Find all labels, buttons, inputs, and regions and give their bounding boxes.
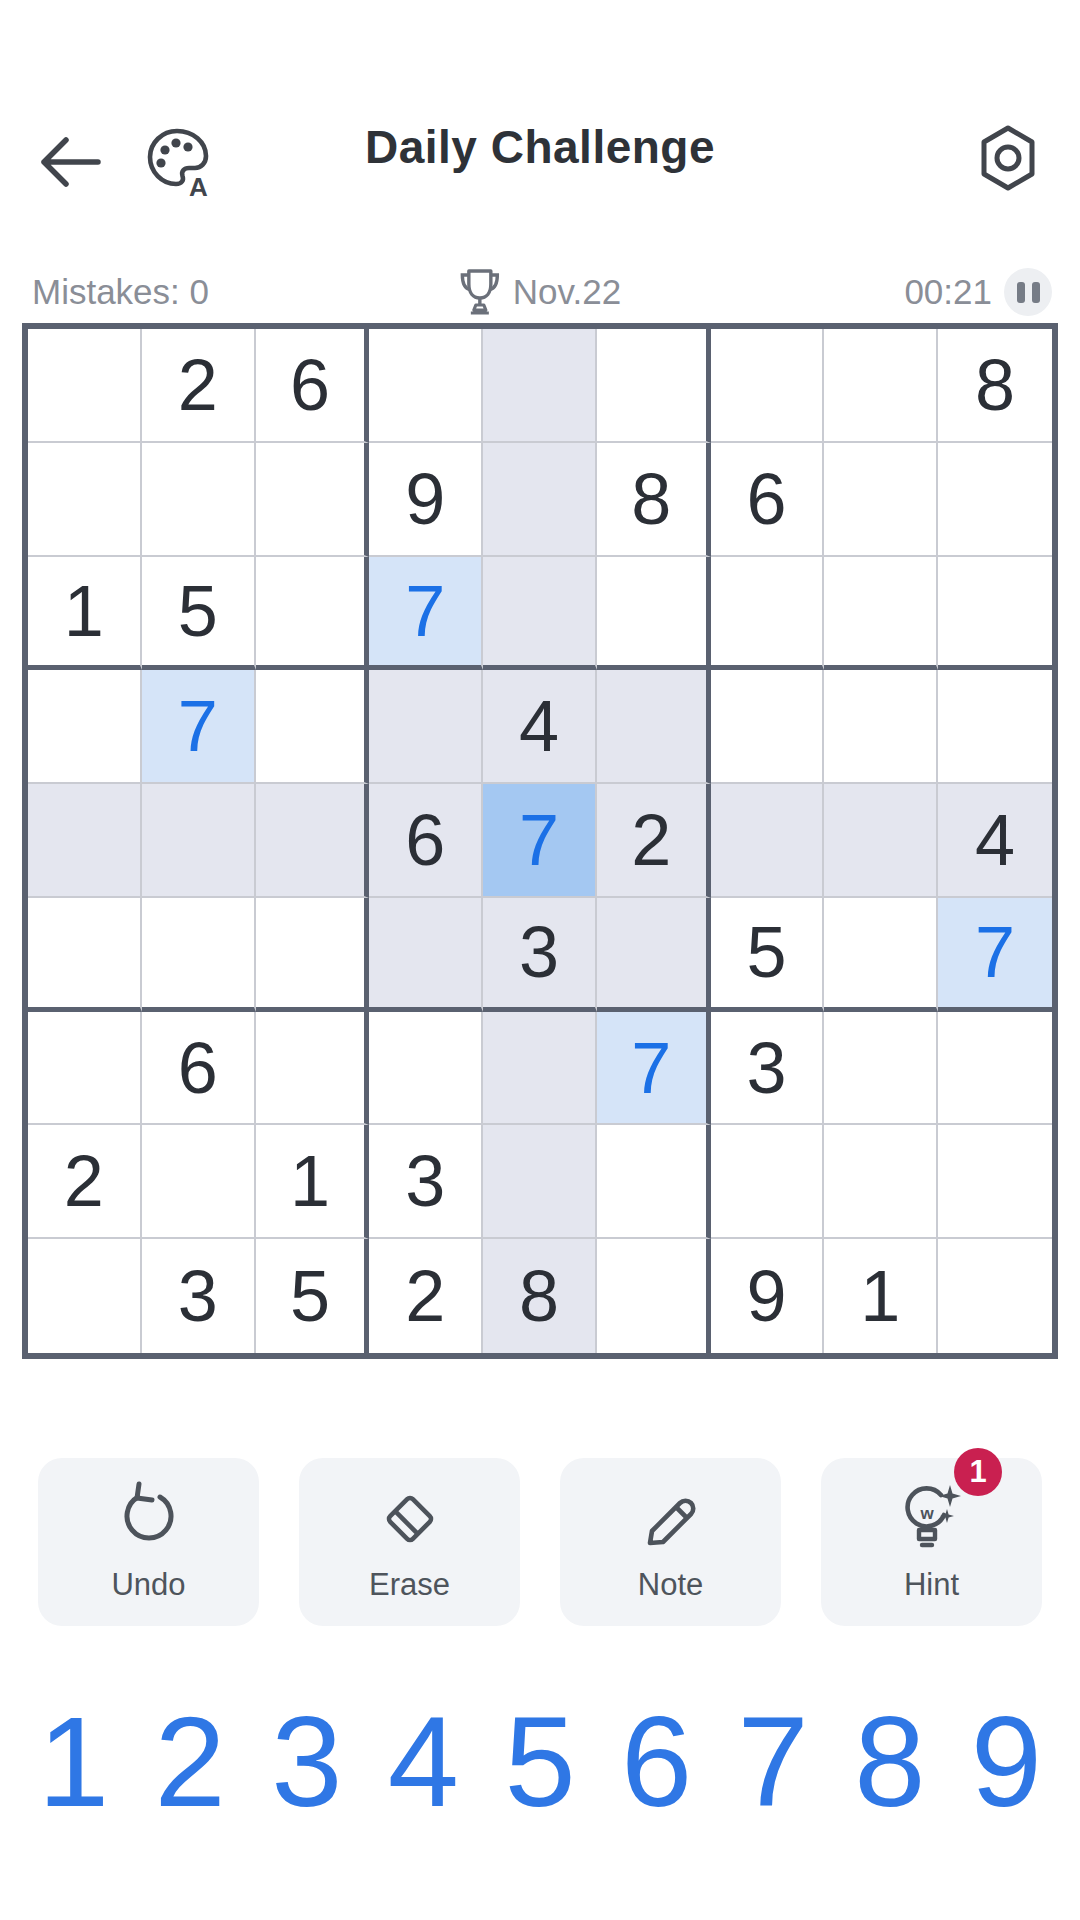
cell-r6c8[interactable] (824, 898, 938, 1012)
cell-r5c6[interactable]: 2 (597, 784, 711, 898)
given-digit: 5 (290, 1260, 330, 1332)
cell-r4c7[interactable] (711, 670, 825, 784)
numpad-digit-5[interactable]: 5 (504, 1698, 575, 1826)
cell-r7c6[interactable]: 7 (597, 1012, 711, 1126)
toolbar: Undo Erase Note 1 w (38, 1458, 1042, 1626)
given-digit: 2 (64, 1145, 104, 1217)
given-digit: 6 (290, 349, 330, 421)
cell-r6c7[interactable]: 5 (711, 898, 825, 1012)
cell-r2c2[interactable] (142, 443, 256, 557)
cell-r7c8[interactable] (824, 1012, 938, 1126)
cell-r3c7[interactable] (711, 557, 825, 671)
numpad-digit-3[interactable]: 3 (271, 1698, 342, 1826)
numpad: 123456789 (24, 1698, 1056, 1826)
cell-r2c8[interactable] (824, 443, 938, 557)
given-digit: 6 (747, 463, 787, 535)
cell-r6c4[interactable] (369, 898, 483, 1012)
cell-r8c1[interactable]: 2 (28, 1125, 142, 1239)
given-digit: 8 (975, 349, 1015, 421)
user-digit: 7 (975, 916, 1015, 988)
cell-r2c6[interactable]: 8 (597, 443, 711, 557)
date-label: Nov.22 (513, 272, 621, 312)
hint-label: Hint (904, 1567, 959, 1603)
erase-icon (375, 1481, 445, 1557)
cell-r7c9[interactable] (938, 1012, 1052, 1126)
hint-badge: 1 (954, 1448, 1002, 1496)
cell-r2c9[interactable] (938, 443, 1052, 557)
cell-r6c3[interactable] (256, 898, 370, 1012)
cell-r1c7[interactable] (711, 329, 825, 443)
cell-r7c2[interactable]: 6 (142, 1012, 256, 1126)
cell-r7c5[interactable] (483, 1012, 597, 1126)
cell-r6c2[interactable] (142, 898, 256, 1012)
cell-r9c8[interactable]: 1 (824, 1239, 938, 1353)
cell-r1c5[interactable] (483, 329, 597, 443)
user-digit: 7 (178, 690, 218, 762)
cell-r4c5[interactable]: 4 (483, 670, 597, 784)
trophy-icon (459, 267, 501, 317)
daily-challenge-date: Nov.22 (459, 262, 621, 322)
cell-r8c3[interactable]: 1 (256, 1125, 370, 1239)
erase-label: Erase (369, 1567, 450, 1603)
cell-r3c6[interactable] (597, 557, 711, 671)
cell-r2c5[interactable] (483, 443, 597, 557)
given-digit: 2 (631, 804, 671, 876)
cell-r1c4[interactable] (369, 329, 483, 443)
undo-button[interactable]: Undo (38, 1458, 259, 1626)
cell-r2c3[interactable] (256, 443, 370, 557)
cell-r5c9[interactable]: 4 (938, 784, 1052, 898)
given-digit: 1 (860, 1260, 900, 1332)
cell-r4c1[interactable] (28, 670, 142, 784)
given-digit: 4 (975, 804, 1015, 876)
cell-r8c2[interactable] (142, 1125, 256, 1239)
given-digit: 2 (405, 1260, 445, 1332)
cell-r5c7[interactable] (711, 784, 825, 898)
numpad-digit-7[interactable]: 7 (738, 1698, 809, 1826)
cell-r6c9[interactable]: 7 (938, 898, 1052, 1012)
cell-r5c4[interactable]: 6 (369, 784, 483, 898)
cell-r7c7[interactable]: 3 (711, 1012, 825, 1126)
sudoku-board: 268986157746724357673213352891 (22, 323, 1058, 1359)
erase-button[interactable]: Erase (299, 1458, 520, 1626)
cell-r5c1[interactable] (28, 784, 142, 898)
cell-r4c9[interactable] (938, 670, 1052, 784)
given-digit: 1 (290, 1145, 330, 1217)
cell-r7c4[interactable] (369, 1012, 483, 1126)
theme-palette-icon[interactable]: A (144, 126, 214, 198)
svg-text:w: w (919, 1504, 934, 1523)
cell-r9c4[interactable]: 2 (369, 1239, 483, 1353)
settings-icon[interactable] (976, 124, 1040, 192)
cell-r1c1[interactable] (28, 329, 142, 443)
cell-r8c9[interactable] (938, 1125, 1052, 1239)
svg-text:A: A (189, 172, 208, 198)
given-digit: 3 (178, 1260, 218, 1332)
cell-r7c1[interactable] (28, 1012, 142, 1126)
given-digit: 3 (747, 1032, 787, 1104)
cell-r3c1[interactable]: 1 (28, 557, 142, 671)
note-label: Note (638, 1567, 703, 1603)
user-digit: 7 (519, 804, 559, 876)
cell-r9c9[interactable] (938, 1239, 1052, 1353)
cell-r9c5[interactable]: 8 (483, 1239, 597, 1353)
cell-r9c1[interactable] (28, 1239, 142, 1353)
cell-r9c2[interactable]: 3 (142, 1239, 256, 1353)
cell-r6c1[interactable] (28, 898, 142, 1012)
user-digit: 7 (631, 1032, 671, 1104)
cell-r4c2[interactable]: 7 (142, 670, 256, 784)
cell-r2c7[interactable]: 6 (711, 443, 825, 557)
cell-r5c5[interactable]: 7 (483, 784, 597, 898)
cell-r6c5[interactable]: 3 (483, 898, 597, 1012)
cell-r3c3[interactable] (256, 557, 370, 671)
cell-r5c3[interactable] (256, 784, 370, 898)
cell-r3c5[interactable] (483, 557, 597, 671)
given-digit: 8 (519, 1260, 559, 1332)
given-digit: 9 (405, 463, 445, 535)
given-digit: 4 (519, 690, 559, 762)
cell-r4c4[interactable] (369, 670, 483, 784)
cell-r8c7[interactable] (711, 1125, 825, 1239)
cell-r2c1[interactable] (28, 443, 142, 557)
given-digit: 6 (178, 1032, 218, 1104)
back-arrow-icon[interactable] (36, 134, 104, 190)
cell-r8c4[interactable]: 3 (369, 1125, 483, 1239)
cell-r5c2[interactable] (142, 784, 256, 898)
pause-button[interactable] (1004, 268, 1052, 316)
cell-r1c2[interactable]: 2 (142, 329, 256, 443)
sudoku-app-screen: A Daily Challenge Mistakes: 0 Nov.22 00:… (0, 0, 1080, 1920)
hint-bulb-icon: w (897, 1481, 967, 1557)
cell-r1c3[interactable]: 6 (256, 329, 370, 443)
cell-r1c9[interactable]: 8 (938, 329, 1052, 443)
numpad-digit-8[interactable]: 8 (854, 1698, 925, 1826)
cell-r6c6[interactable] (597, 898, 711, 1012)
numpad-digit-4[interactable]: 4 (388, 1698, 459, 1826)
status-bar: Mistakes: 0 Nov.22 00:21 (0, 262, 1080, 322)
cell-r4c6[interactable] (597, 670, 711, 784)
given-digit: 1 (64, 575, 104, 647)
cell-r3c8[interactable] (824, 557, 938, 671)
cell-r4c3[interactable] (256, 670, 370, 784)
numpad-digit-1[interactable]: 1 (38, 1698, 109, 1826)
note-button[interactable]: Note (560, 1458, 781, 1626)
cell-r9c3[interactable]: 5 (256, 1239, 370, 1353)
undo-icon (114, 1481, 184, 1557)
header: A Daily Challenge (0, 58, 1080, 154)
cell-r3c4[interactable]: 7 (369, 557, 483, 671)
given-digit: 9 (747, 1260, 787, 1332)
cell-r3c9[interactable] (938, 557, 1052, 671)
cell-r8c8[interactable] (824, 1125, 938, 1239)
mistakes-counter: Mistakes: 0 (32, 272, 209, 312)
cell-r8c6[interactable] (597, 1125, 711, 1239)
numpad-digit-6[interactable]: 6 (621, 1698, 692, 1826)
cell-r7c3[interactable] (256, 1012, 370, 1126)
given-digit: 3 (405, 1145, 445, 1217)
numpad-digit-9[interactable]: 9 (971, 1698, 1042, 1826)
user-digit: 7 (405, 575, 445, 647)
note-icon (636, 1481, 706, 1557)
given-digit: 5 (178, 575, 218, 647)
cell-r8c5[interactable] (483, 1125, 597, 1239)
numpad-digit-2[interactable]: 2 (155, 1698, 226, 1826)
given-digit: 8 (631, 463, 671, 535)
given-digit: 3 (519, 916, 559, 988)
given-digit: 5 (747, 916, 787, 988)
cell-r5c8[interactable] (824, 784, 938, 898)
cell-r9c7[interactable]: 9 (711, 1239, 825, 1353)
undo-label: Undo (111, 1567, 185, 1603)
cell-r1c8[interactable] (824, 329, 938, 443)
cell-r4c8[interactable] (824, 670, 938, 784)
timer-label: 00:21 (904, 272, 992, 312)
given-digit: 2 (178, 349, 218, 421)
cell-r2c4[interactable]: 9 (369, 443, 483, 557)
page-title: Daily Challenge (365, 120, 715, 174)
cell-r1c6[interactable] (597, 329, 711, 443)
cell-r3c2[interactable]: 5 (142, 557, 256, 671)
given-digit: 6 (405, 804, 445, 876)
cell-r9c6[interactable] (597, 1239, 711, 1353)
hint-button[interactable]: 1 w Hint (821, 1458, 1042, 1626)
timer-group: 00:21 (904, 262, 1052, 322)
